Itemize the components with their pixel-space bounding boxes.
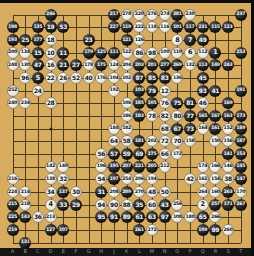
move-number: 200 (8, 50, 17, 55)
white-stone-move-18: 18 (45, 34, 57, 46)
white-stone-move-10: 10 (45, 47, 57, 59)
move-number: 149 (211, 63, 220, 68)
black-stone-move-7: 7 (184, 34, 196, 46)
white-stone-move-52: 52 (70, 72, 82, 84)
move-number: 50 (161, 189, 169, 195)
white-stone-move-208: 208 (108, 186, 120, 198)
black-stone-move-163: 163 (222, 110, 234, 122)
column-label-R: R (214, 249, 217, 254)
white-stone-move-32: 32 (57, 173, 69, 185)
move-number: 132 (186, 63, 195, 68)
white-stone-move-4: 4 (45, 199, 57, 211)
move-number: 172 (173, 152, 182, 157)
white-stone-move-272: 272 (146, 224, 158, 236)
move-number: 230 (186, 12, 195, 17)
white-stone-move-38: 38 (222, 173, 234, 185)
move-number: 183 (135, 114, 144, 119)
white-stone-move-178: 178 (83, 59, 95, 71)
move-number: 140 (59, 164, 68, 169)
white-stone-move-118: 118 (146, 21, 158, 33)
black-stone-move-135: 135 (32, 21, 44, 33)
black-stone-move-215: 215 (7, 199, 19, 211)
move-number: 263 (224, 190, 233, 195)
move-number: 214 (21, 190, 30, 195)
move-number: 167 (211, 114, 220, 119)
black-stone-move-198: 198 (7, 21, 19, 33)
white-stone-move-2: 2 (197, 199, 209, 211)
black-stone-move-219: 219 (7, 224, 19, 236)
column-label-T: T (239, 249, 242, 254)
move-number: 99 (212, 227, 220, 233)
move-number: 75 (173, 100, 181, 106)
white-stone-move-274: 274 (159, 9, 171, 21)
white-stone-move-154: 154 (209, 173, 221, 185)
move-number: 182 (122, 126, 131, 131)
move-number: 143 (21, 215, 30, 220)
move-number: 11 (59, 50, 67, 56)
move-number: 59 (123, 151, 131, 157)
move-number: 63 (148, 214, 156, 220)
move-number: 8 (175, 37, 179, 44)
black-stone-move-225: 225 (7, 211, 19, 223)
black-stone-move-49: 49 (197, 34, 209, 46)
move-number: 177 (33, 38, 42, 43)
move-number: 119 (122, 25, 131, 30)
move-number: 83 (161, 75, 169, 81)
column-label-H: H (99, 249, 103, 254)
white-stone-move-194: 194 (146, 173, 158, 185)
move-number: 256 (173, 202, 182, 207)
move-number: 26 (59, 75, 67, 81)
white-stone-move-40: 40 (83, 72, 95, 84)
move-number: 6 (188, 49, 192, 56)
black-stone-move-227: 227 (108, 21, 120, 33)
black-stone-move-41: 41 (209, 85, 221, 97)
white-stone-move-80: 80 (171, 110, 183, 122)
move-number: 33 (59, 202, 67, 208)
move-number: 163 (224, 114, 233, 119)
black-stone-move-123: 123 (222, 21, 234, 33)
move-number: 113 (198, 63, 207, 68)
move-number: 48 (148, 189, 156, 195)
move-number: 219 (8, 228, 17, 233)
white-stone-move-160: 160 (209, 186, 221, 198)
white-stone-move-116: 116 (159, 21, 171, 33)
move-number: 36 (34, 214, 42, 220)
black-stone-move-11: 11 (57, 47, 69, 59)
black-stone-move-261: 261 (133, 224, 145, 236)
black-stone-move-77: 77 (184, 110, 196, 122)
black-stone-move-35: 35 (133, 199, 145, 211)
move-number: 27 (72, 62, 80, 68)
move-number: 40 (85, 75, 93, 81)
black-stone-move-89: 89 (121, 211, 133, 223)
black-stone-move-57: 57 (108, 148, 120, 160)
white-stone-move-94: 94 (95, 199, 107, 211)
move-number: 4 (48, 201, 52, 208)
move-number: 158 (186, 139, 195, 144)
move-number: 19 (47, 24, 55, 30)
column-label-D: D (49, 249, 53, 254)
move-number: 185 (135, 101, 144, 106)
white-stone-move-68: 68 (159, 123, 171, 135)
move-number: 203 (135, 63, 144, 68)
column-label-E: E (62, 249, 65, 254)
move-number: 246 (46, 12, 55, 17)
move-number: 101 (173, 25, 182, 30)
white-stone-move-12: 12 (159, 85, 171, 97)
move-number: 97 (161, 214, 169, 220)
move-number: 88 (123, 202, 131, 208)
move-number: 252 (8, 88, 17, 93)
black-stone-move-87: 87 (133, 72, 145, 84)
move-number: 130 (21, 63, 30, 68)
move-number: 215 (8, 202, 17, 207)
black-stone-move-79: 79 (146, 85, 158, 97)
move-number: 34 (47, 189, 55, 195)
move-number: 221 (135, 164, 144, 169)
move-number: 216 (8, 177, 17, 182)
move-number: 134 (21, 50, 30, 55)
column-label-C: C (36, 249, 40, 254)
move-number: 165 (198, 114, 207, 119)
move-number: 69 (135, 151, 143, 157)
black-stone-move-1: 1 (209, 47, 221, 59)
white-stone-move-156: 156 (222, 135, 234, 147)
move-number: 205 (148, 164, 157, 169)
move-number: 91 (110, 214, 118, 220)
move-number: 179 (84, 50, 93, 55)
black-stone-move-161: 161 (209, 123, 221, 135)
white-stone-move-138: 138 (45, 173, 57, 185)
move-number: 35 (135, 202, 143, 208)
move-number: 43 (161, 202, 169, 208)
black-stone-move-189: 189 (235, 123, 247, 135)
black-stone-move-91: 91 (108, 211, 120, 223)
move-number: 225 (8, 215, 17, 220)
move-number: 153 (236, 152, 245, 157)
move-number: 21 (59, 62, 67, 68)
move-number: 253 (236, 50, 245, 55)
move-number: 98 (148, 50, 156, 56)
black-stone-move-179: 179 (83, 47, 95, 59)
move-number: 276 (148, 12, 157, 17)
move-number: 277 (160, 63, 169, 68)
black-stone-move-23: 23 (83, 34, 95, 46)
move-number: 227 (109, 25, 118, 30)
black-stone-move-101: 101 (171, 21, 183, 33)
hoshi-point (49, 127, 52, 130)
white-stone-move-266: 266 (209, 211, 221, 223)
move-number: 160 (211, 190, 220, 195)
move-number: 270 (135, 190, 144, 195)
move-number: 111 (109, 50, 118, 55)
column-label-N: N (163, 249, 167, 254)
move-number: 240 (8, 101, 17, 106)
white-stone-move-46: 46 (197, 97, 209, 109)
move-number: 58 (123, 138, 131, 144)
move-number: 107 (59, 228, 68, 233)
white-stone-move-86: 86 (133, 47, 145, 59)
move-number: 150 (211, 139, 220, 144)
move-number: 45 (199, 75, 207, 81)
black-stone-move-15: 15 (32, 47, 44, 59)
white-stone-move-240: 240 (7, 97, 19, 109)
white-stone-move-140: 140 (57, 161, 69, 173)
move-number: 60 (148, 202, 156, 208)
white-stone-move-150: 150 (209, 135, 221, 147)
white-stone-move-142: 142 (45, 161, 57, 173)
black-stone-move-253: 253 (235, 47, 247, 59)
white-stone-move-132: 132 (184, 59, 196, 71)
black-stone-move-275: 275 (146, 148, 158, 160)
black-stone-move-121: 121 (121, 34, 133, 46)
move-number: 137 (59, 190, 68, 195)
white-stone-move-102: 102 (121, 72, 133, 84)
black-stone-move-209: 209 (121, 186, 133, 198)
move-number: 254 (122, 177, 131, 182)
black-stone-move-43: 43 (159, 199, 171, 211)
black-stone-move-75: 75 (171, 97, 183, 109)
white-stone-move-206: 206 (133, 173, 145, 185)
move-number: 141 (224, 152, 233, 157)
move-number: 146 (224, 164, 233, 169)
move-number: 152 (224, 126, 233, 131)
white-stone-move-64: 64 (108, 135, 120, 147)
move-number: 23 (85, 37, 93, 43)
black-stone-move-195: 195 (108, 161, 120, 173)
white-stone-move-58: 58 (121, 135, 133, 147)
black-stone-move-197: 197 (108, 173, 120, 185)
move-number: 103 (135, 88, 144, 93)
black-stone-move-115: 115 (209, 21, 221, 33)
black-stone-move-103: 103 (133, 85, 145, 97)
white-stone-move-70: 70 (171, 135, 183, 147)
move-number: 78 (148, 113, 156, 119)
black-stone-move-281: 281 (171, 9, 183, 21)
move-number: 180 (186, 215, 195, 220)
white-stone-move-164: 164 (197, 123, 209, 135)
white-stone-move-212: 212 (159, 161, 171, 173)
top-edge (0, 0, 254, 3)
black-stone-move-177: 177 (32, 34, 44, 46)
white-stone-move-24: 24 (32, 85, 44, 97)
move-number: 264 (198, 190, 207, 195)
black-stone-move-69: 69 (133, 148, 145, 160)
column-label-K: K (125, 249, 128, 254)
black-stone-move-95: 95 (95, 211, 107, 223)
black-stone-move-107: 107 (57, 224, 69, 236)
black-stone-move-149: 149 (209, 59, 221, 71)
black-stone-move-175: 175 (95, 59, 107, 71)
move-number: 41 (212, 88, 220, 94)
move-number: 109 (198, 228, 207, 233)
move-number: 267 (236, 202, 245, 207)
black-stone-move-147: 147 (235, 173, 247, 185)
black-stone-move-53: 53 (57, 21, 69, 33)
black-stone-move-246: 246 (45, 9, 57, 21)
black-stone-move-221: 221 (133, 161, 145, 173)
white-stone-move-66: 66 (159, 148, 171, 160)
white-stone-move-122: 122 (121, 47, 133, 59)
move-number: 79 (148, 88, 156, 94)
move-number: 181 (135, 139, 144, 144)
black-stone-move-187: 187 (235, 135, 247, 147)
white-stone-move-180: 180 (184, 211, 196, 223)
black-stone-move-201: 201 (146, 59, 158, 71)
move-number: 100 (160, 50, 169, 55)
white-stone-move-110: 110 (171, 47, 183, 59)
move-number: 260 (224, 228, 233, 233)
black-stone-move-127: 127 (45, 224, 57, 236)
black-stone-move-61: 61 (133, 211, 145, 223)
column-label-O: O (175, 249, 179, 254)
column-label-A: A (11, 249, 14, 254)
black-stone-move-217: 217 (108, 9, 120, 21)
black-stone-move-83: 83 (159, 72, 171, 84)
white-stone-move-106: 106 (121, 97, 133, 109)
black-stone-move-191: 191 (235, 85, 247, 97)
black-stone-move-165: 165 (197, 110, 209, 122)
column-label-B: B (23, 249, 26, 254)
white-stone-move-108: 108 (171, 211, 183, 223)
white-stone-move-50: 50 (159, 186, 171, 198)
black-stone-move-21: 21 (57, 59, 69, 71)
column-label-Q: Q (201, 249, 205, 254)
white-stone-move-172: 172 (171, 148, 183, 160)
move-number: 171 (224, 202, 233, 207)
move-number: 248 (8, 63, 17, 68)
white-stone-move-112: 112 (197, 47, 209, 59)
move-number: 47 (34, 62, 42, 68)
white-stone-move-60: 60 (146, 199, 158, 211)
white-stone-move-82: 82 (159, 110, 171, 122)
white-stone-move-204: 204 (121, 59, 133, 71)
white-stone-move-222: 222 (133, 21, 145, 33)
move-number: 194 (148, 177, 157, 182)
black-stone-move-5: 5 (32, 72, 44, 84)
move-number: 145 (236, 164, 245, 169)
white-stone-move-162: 162 (197, 173, 209, 185)
move-number: 161 (211, 126, 220, 131)
move-number: 42 (186, 176, 194, 182)
move-number: 54 (97, 176, 105, 182)
black-stone-move-267: 267 (235, 199, 247, 211)
move-number: 274 (160, 12, 169, 17)
move-number: 53 (59, 24, 67, 30)
white-stone-move-270: 270 (133, 186, 145, 198)
move-number: 237 (236, 12, 245, 17)
move-number: 142 (46, 164, 55, 169)
move-number: 56 (97, 151, 105, 157)
black-stone-move-33: 33 (57, 199, 69, 211)
move-number: 95 (97, 214, 105, 220)
move-number: 49 (199, 37, 207, 43)
white-stone-move-276: 276 (146, 9, 158, 21)
move-number: 64 (110, 138, 118, 144)
move-number: 174 (198, 164, 207, 169)
black-stone-move-109: 109 (197, 224, 209, 236)
white-stone-move-248: 248 (7, 59, 19, 71)
move-number: 196 (97, 164, 106, 169)
black-stone-move-143: 143 (19, 211, 31, 223)
black-stone-move-67: 67 (171, 123, 183, 135)
white-stone-move-22: 22 (45, 72, 57, 84)
move-number: 278 (122, 12, 131, 17)
white-stone-move-184: 184 (108, 123, 120, 135)
grid-line-horizontal (13, 243, 241, 244)
black-stone-move-59: 59 (121, 148, 133, 160)
move-number: 126 (135, 38, 144, 43)
move-number: 218 (21, 202, 30, 207)
move-number: 117 (186, 25, 195, 30)
column-label-M: M (150, 249, 154, 254)
white-stone-move-214: 214 (19, 186, 31, 198)
white-stone-move-30: 30 (70, 186, 82, 198)
move-number: 261 (135, 228, 144, 233)
black-stone-move-119: 119 (121, 21, 133, 33)
black-stone-move-105: 105 (146, 97, 158, 109)
move-number: 77 (186, 113, 194, 119)
white-stone-move-42: 42 (184, 173, 196, 185)
move-number: 66 (161, 151, 169, 157)
white-stone-move-256: 256 (171, 199, 183, 211)
move-number: 198 (8, 25, 17, 30)
move-number: 207 (122, 164, 131, 169)
move-number: 70 (173, 138, 181, 144)
white-stone-move-192: 192 (108, 85, 120, 97)
black-stone-move-141: 141 (222, 148, 234, 160)
black-stone-move-63: 63 (146, 211, 158, 223)
white-stone-move-216: 216 (7, 173, 19, 185)
move-number: 147 (236, 177, 245, 182)
white-stone-move-72: 72 (159, 135, 171, 147)
white-stone-move-134: 134 (19, 47, 31, 59)
black-stone-move-31: 31 (95, 186, 107, 198)
white-stone-move-174: 174 (197, 161, 209, 173)
move-number: 96 (21, 75, 29, 81)
move-number: 31 (97, 189, 105, 195)
move-number: 121 (122, 38, 131, 43)
white-stone-move-36: 36 (32, 211, 44, 223)
black-stone-move-29: 29 (70, 199, 82, 211)
move-number: 208 (109, 190, 118, 195)
move-number: 189 (236, 126, 245, 131)
column-label-F: F (74, 249, 77, 254)
white-stone-move-96: 96 (19, 72, 31, 84)
white-stone-move-26: 26 (57, 72, 69, 84)
move-number: 24 (34, 88, 42, 94)
black-stone-move-183: 183 (133, 110, 145, 122)
move-number: 123 (224, 25, 233, 30)
white-stone-move-278: 278 (121, 9, 133, 21)
move-number: 154 (211, 177, 220, 182)
column-label-G: G (87, 249, 91, 254)
white-stone-move-146: 146 (222, 161, 234, 173)
black-stone-move-205: 205 (146, 161, 158, 173)
move-number: 115 (211, 25, 220, 30)
white-stone-move-234: 234 (19, 97, 31, 109)
move-number: 269 (173, 63, 182, 68)
white-stone-move-136: 136 (171, 72, 183, 84)
go-board[interactable]: 2462172782202762742812302371981351953227… (0, 3, 251, 248)
white-stone-move-202: 202 (146, 135, 158, 147)
move-number: 281 (173, 12, 182, 17)
move-number: 15 (34, 50, 42, 56)
black-stone-move-85: 85 (146, 72, 158, 84)
black-stone-move-167: 167 (209, 110, 221, 122)
move-number: 195 (109, 164, 118, 169)
